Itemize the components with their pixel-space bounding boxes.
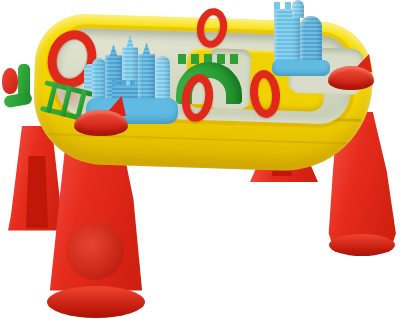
sand-castle-small	[272, 0, 334, 78]
leg-back-left-shadow	[26, 156, 48, 228]
spout-lip	[3, 92, 33, 109]
boat-hull	[328, 66, 374, 90]
crab-emboss	[66, 222, 124, 280]
castle-turret	[292, 0, 304, 18]
boat-hull	[74, 110, 128, 136]
product-photo-stage	[0, 0, 404, 330]
boat-mould-left	[74, 96, 132, 136]
leg-front-right-flare	[329, 234, 395, 256]
castle-base	[272, 60, 330, 76]
leg-front-left-flare	[47, 286, 145, 318]
spout-red-knob	[2, 68, 18, 94]
boat-mould-right	[328, 54, 376, 92]
